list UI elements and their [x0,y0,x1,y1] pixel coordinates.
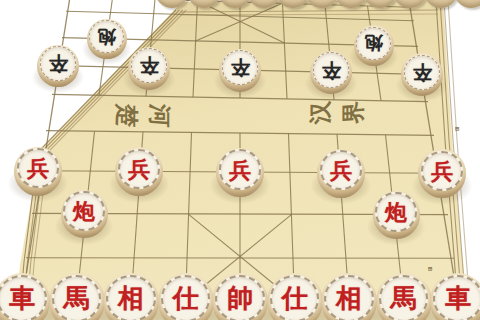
piece-character: 車 [445,285,471,311]
piece-character: 卒 [413,63,432,82]
piece-face: 卒 [404,55,441,90]
xiangqi-photo: 楚河 汉界 炮炮卒卒卒卒卒兵兵兵兵兵炮炮車馬相仕帥仕相馬車 ⊞⊞ [0,0,480,320]
piece-red-horse[interactable]: 馬 [49,273,105,320]
piece-red-horse[interactable]: 馬 [376,273,432,320]
piece-red-cannon[interactable]: 炮 [61,190,108,238]
piece-character: 馬 [391,285,417,311]
piece-black-soldier[interactable]: 卒 [37,45,79,88]
piece-face: 車 [433,275,480,320]
piece-face: 兵 [17,148,59,188]
river-label-left: 楚河 [116,104,172,127]
piece-character: 兵 [330,159,352,181]
piece-character: 馬 [64,285,90,311]
margin-mark: ⊞ [428,266,432,273]
piece-character: 仕 [173,285,199,311]
piece-red-soldier[interactable]: 兵 [14,147,62,196]
piece-face: 炮 [89,20,124,53]
piece-red-soldier[interactable]: 兵 [418,149,466,198]
piece-black-soldier[interactable]: 卒 [219,49,261,92]
piece-character: 帥 [227,285,253,311]
piece-character: 卒 [322,61,341,80]
piece-face: 仕 [161,275,210,320]
piece-face: 兵 [421,151,463,191]
piece-face: 炮 [63,191,104,230]
river-label-right: 汉界 [308,101,364,124]
piece-face: 卒 [313,52,350,87]
piece-face: 卒 [131,48,168,83]
piece-red-chariot[interactable]: 車 [430,273,480,320]
piece-red-soldier[interactable]: 兵 [317,149,365,198]
piece-face: 馬 [52,275,101,320]
piece-face: 帥 [215,275,264,320]
piece-face: 馬 [379,275,428,320]
piece-character: 兵 [229,159,251,181]
piece-black-cannon[interactable]: 炮 [87,19,127,60]
piece-black-soldier[interactable]: 卒 [401,53,443,96]
piece-red-advisor[interactable]: 仕 [158,273,214,320]
piece-character: 仕 [282,285,308,311]
piece-face: 車 [0,275,47,320]
piece-face: 炮 [375,192,416,231]
piece-face: 兵 [320,150,362,190]
piece-character: 卒 [231,58,250,77]
piece-red-soldier[interactable]: 兵 [115,147,163,196]
piece-character: 卒 [49,54,68,73]
piece-face: 相 [106,275,155,320]
piece-character: 炮 [98,28,116,46]
piece-face: 炮 [356,27,391,60]
piece-face: 兵 [118,149,160,189]
piece-red-cannon[interactable]: 炮 [373,191,420,239]
piece-character: 炮 [73,200,95,222]
piece-face: 仕 [270,275,319,320]
piece-red-advisor[interactable]: 仕 [267,273,323,320]
piece-black-cannon[interactable]: 炮 [354,25,394,66]
piece-face: 相 [324,275,373,320]
piece-face: 卒 [222,50,259,85]
piece-character: 炮 [385,201,407,223]
piece-face: 卒 [40,46,77,81]
piece-face: 兵 [219,149,261,189]
piece-character: 相 [336,285,362,311]
piece-character: 兵 [27,157,49,179]
piece-black-soldier[interactable]: 卒 [310,51,352,94]
piece-character: 兵 [431,160,453,182]
margin-mark: ⊞ [455,126,459,133]
piece-character: 車 [9,285,35,311]
piece-character: 卒 [140,56,159,75]
piece-character: 炮 [365,34,383,52]
piece-character: 兵 [128,158,150,180]
piece-black-soldier[interactable]: 卒 [128,47,170,90]
piece-red-soldier[interactable]: 兵 [216,148,264,197]
piece-character: 相 [118,285,144,311]
